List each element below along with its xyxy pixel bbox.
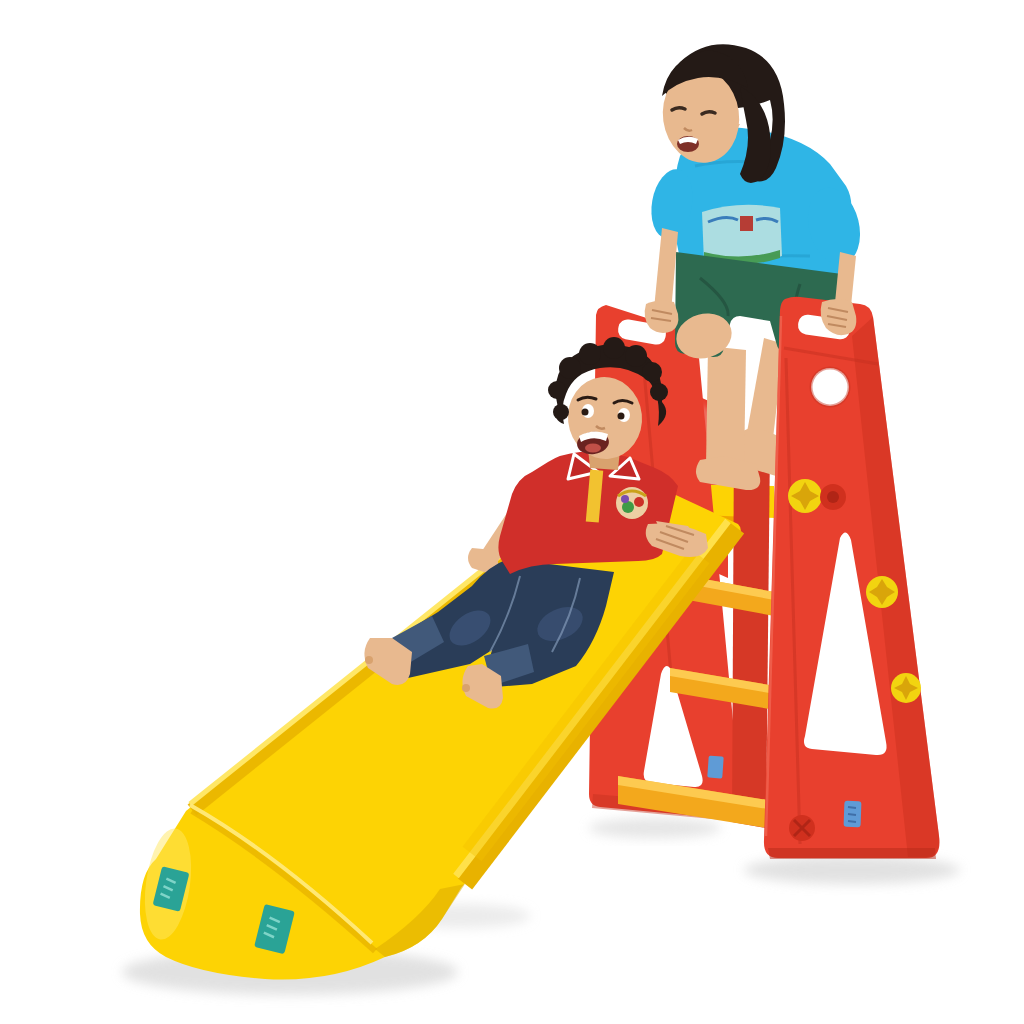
inner-right-rail	[732, 436, 770, 828]
crest-purple-blob	[621, 495, 629, 503]
boy-curl-1	[559, 357, 581, 379]
boy-curl-4	[625, 345, 647, 367]
star-knob-2	[866, 576, 898, 608]
star-knob-1	[788, 479, 822, 513]
crest-red-blob	[634, 497, 644, 507]
boy-curl-2	[579, 343, 601, 365]
climber-left-shin	[706, 346, 746, 468]
boy-curl-8	[553, 404, 569, 420]
right-panel-blue-sticker	[844, 801, 862, 828]
scene-canvas	[40, 16, 1024, 1024]
right-panel-base-shade	[768, 848, 936, 859]
boy-toe-2	[462, 684, 470, 692]
boy-eye-left-pupil	[582, 409, 589, 416]
boy-eye-right-pupil	[618, 413, 625, 420]
print-red-square	[740, 216, 753, 231]
boy-curl-6	[650, 383, 668, 401]
frame-right-shadow	[744, 856, 960, 884]
star-knob-3	[891, 673, 921, 703]
boy-curl-7	[548, 381, 566, 399]
frame-left-shadow	[589, 818, 721, 838]
product-photo: Two laughing children play on a toddler …	[40, 16, 1024, 1024]
tshirt-print-graphic	[702, 205, 782, 265]
polo-crest-print	[616, 487, 648, 519]
boy-toe-1	[365, 656, 373, 664]
boy-tongue	[585, 444, 601, 453]
red-round-knob-center	[827, 491, 839, 503]
boy-curl-3	[603, 337, 625, 359]
left-panel-blue-sticker	[707, 756, 723, 779]
boy-curl-5	[642, 362, 662, 382]
